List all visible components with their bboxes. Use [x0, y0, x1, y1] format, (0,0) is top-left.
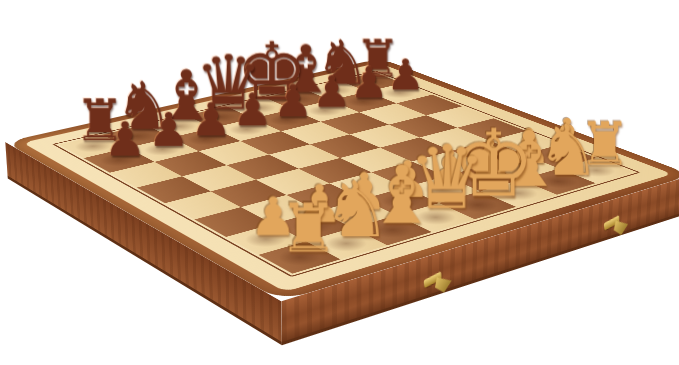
piece-black-pawn-a7[interactable]: ♟: [89, 115, 160, 162]
piece-white-rook-a1[interactable]: ♜: [267, 194, 348, 261]
chess-set-photo: ♜♞♝♛♚♝♞♜♟♟♟♟♟♟♟♟♟♟♟♟♟♟♟♟♜♞♝♛♚♝♞♜: [0, 0, 679, 365]
square-b5[interactable]: [182, 165, 255, 191]
brass-latch: [423, 264, 455, 301]
folding-chess-board: ♜♞♝♛♚♝♞♜♟♟♟♟♟♟♟♟♟♟♟♟♟♟♟♟♜♞♝♛♚♝♞♜: [5, 58, 679, 301]
brass-latch: [603, 208, 631, 242]
